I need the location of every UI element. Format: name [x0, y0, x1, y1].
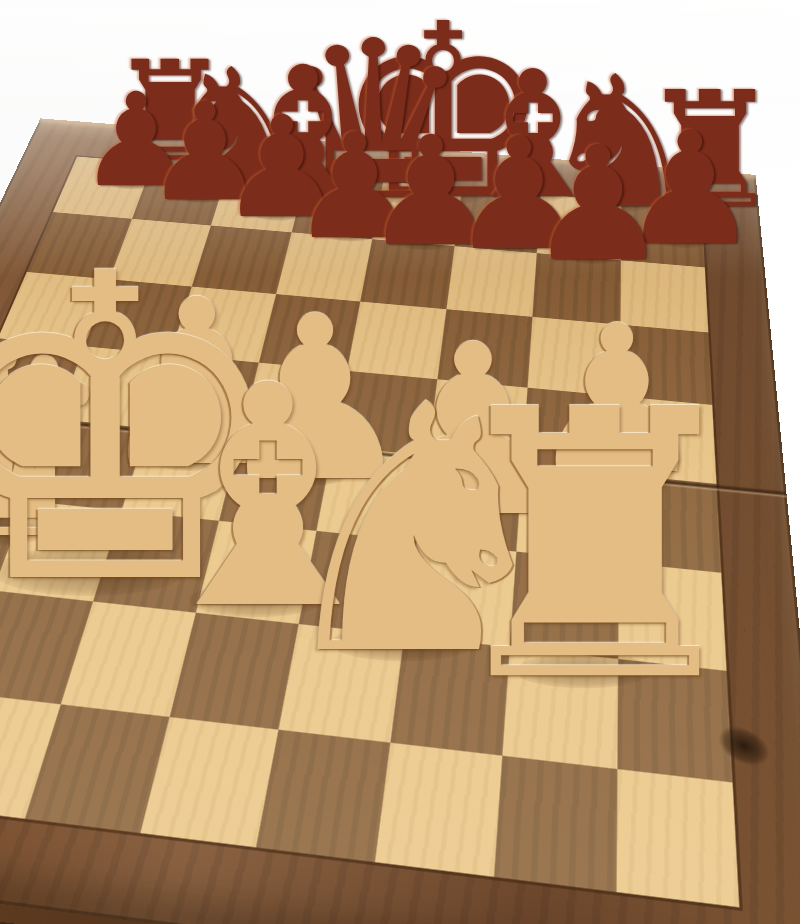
pieces-layer: ♜♟♞♚♝♛♟♝♞♜♟♟♟♟♟♟♟♟♟♟♛♚♝♞♜	[0, 0, 800, 924]
piece-red-pawn-g7: ♟	[527, 125, 669, 283]
piece-natural-rook-g1: ♜	[429, 362, 761, 732]
chess-set-photo: ♜♟♞♚♝♛♟♝♞♜♟♟♟♟♟♟♟♟♟♟♛♚♝♞♜	[0, 0, 800, 924]
